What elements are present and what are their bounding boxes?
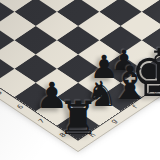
pieces-layer: ♚♝♞♜♟♟♟ — [0, 0, 160, 160]
piece-black-rook-h8: ♜ — [57, 95, 98, 141]
board-photo: abcdefgh abcdefgh 87654321 87654321 ♚♝♞♜… — [0, 0, 160, 160]
